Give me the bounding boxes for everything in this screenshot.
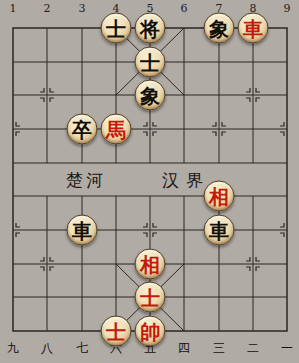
file-label-top: 1	[10, 3, 17, 14]
file-label-bottom: 九	[7, 342, 19, 354]
file-label-bottom: 三	[213, 342, 225, 354]
red-elephant[interactable]: 相	[204, 181, 235, 212]
file-label-bottom: 一	[281, 342, 293, 354]
red-horse[interactable]: 馬	[101, 114, 132, 145]
file-label-top: 3	[79, 3, 86, 14]
red-chariot[interactable]: 車	[238, 13, 269, 44]
black-chariot[interactable]: 車	[67, 215, 98, 246]
red-advisor[interactable]: 士	[101, 316, 132, 347]
black-advisor[interactable]: 士	[101, 13, 132, 44]
black-elephant[interactable]: 象	[135, 80, 166, 111]
black-pawn[interactable]: 卒	[67, 114, 98, 145]
red-elephant[interactable]: 相	[135, 249, 166, 280]
black-chariot[interactable]: 車	[204, 215, 235, 246]
river-label-chuhe: 楚河	[66, 169, 106, 192]
file-label-top: 9	[284, 3, 291, 14]
file-label-bottom: 二	[247, 342, 259, 354]
file-label-bottom: 七	[76, 342, 88, 354]
river-label-hanjie: 汉界	[162, 169, 210, 192]
file-label-top: 2	[44, 3, 51, 14]
file-label-bottom: 八	[41, 342, 53, 354]
file-label-top: 6	[181, 3, 188, 14]
xiangqi-board[interactable]: 123456789 九八七六五四三二一 楚河 汉界 士将象車士象卒馬相車車相士士…	[0, 0, 299, 363]
black-elephant[interactable]: 象	[204, 13, 235, 44]
red-general[interactable]: 帥	[135, 316, 166, 347]
red-advisor[interactable]: 士	[135, 282, 166, 313]
file-label-bottom: 四	[178, 342, 190, 354]
black-general[interactable]: 将	[135, 13, 166, 44]
black-advisor[interactable]: 士	[135, 47, 166, 78]
